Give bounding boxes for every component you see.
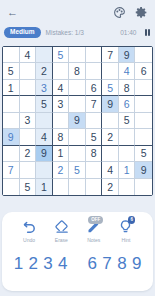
cell-r2c8[interactable]: 4: [119, 63, 136, 79]
cell-r8c1[interactable]: 7: [3, 162, 20, 178]
cell-r8c2[interactable]: [20, 162, 37, 178]
erase-label: Erase: [55, 237, 68, 243]
cell-r8c3[interactable]: [36, 162, 53, 178]
cell-r5c1[interactable]: [3, 113, 20, 129]
cell-r4c6[interactable]: 7: [86, 96, 103, 112]
numpad-2[interactable]: 2: [26, 249, 41, 279]
cell-r3c7[interactable]: 5: [102, 80, 119, 96]
notes-button[interactable]: OFFNotes: [81, 219, 107, 243]
back-arrow-icon[interactable]: ←: [7, 7, 18, 18]
numpad-1[interactable]: 1: [11, 249, 26, 279]
cell-r7c3[interactable]: 9: [36, 146, 53, 162]
cell-r3c1[interactable]: 1: [3, 80, 20, 96]
cell-r2c7[interactable]: [102, 63, 119, 79]
cell-r6c7[interactable]: 2: [102, 129, 119, 145]
cell-r2c9[interactable]: 6: [135, 63, 152, 79]
cell-r8c4[interactable]: 2: [53, 162, 70, 178]
cell-r7c9[interactable]: 5: [135, 146, 152, 162]
cell-r1c9[interactable]: [135, 47, 152, 63]
numpad: 12346789: [8, 249, 147, 279]
hint-badge: 6: [128, 216, 136, 224]
cell-r7c1[interactable]: [3, 146, 20, 162]
cell-r2c5[interactable]: 8: [69, 63, 86, 79]
cell-r1c5[interactable]: [69, 47, 86, 63]
numpad-7[interactable]: 7: [100, 249, 115, 279]
cell-r6c8[interactable]: [119, 129, 136, 145]
hint-icon: 6: [118, 219, 133, 234]
cell-r3c2[interactable]: [20, 80, 37, 96]
cell-r5c8[interactable]: 5: [119, 113, 136, 129]
cell-r9c5[interactable]: [69, 179, 86, 195]
controls-card: UndoEraseOFFNotes6Hint 12346789: [2, 212, 153, 291]
cell-r4c8[interactable]: 6: [119, 96, 136, 112]
cell-r2c1[interactable]: 5: [3, 63, 20, 79]
cell-r5c9[interactable]: [135, 113, 152, 129]
cell-r4c4[interactable]: 3: [53, 96, 70, 112]
pause-button[interactable]: [144, 28, 152, 37]
cell-r8c6[interactable]: [86, 162, 103, 178]
cell-r1c7[interactable]: 7: [102, 47, 119, 63]
cell-r9c7[interactable]: 2: [102, 179, 119, 195]
cell-r1c4[interactable]: 5: [53, 47, 70, 63]
undo-label: Undo: [23, 237, 35, 243]
erase-button[interactable]: Erase: [48, 219, 74, 243]
cell-r5c6[interactable]: [86, 113, 103, 129]
difficulty-badge[interactable]: Medium: [4, 27, 41, 38]
cell-r4c3[interactable]: 5: [36, 96, 53, 112]
hint-button[interactable]: 6Hint: [113, 219, 139, 243]
cell-r7c8[interactable]: [119, 146, 136, 162]
notes-label: Notes: [87, 237, 100, 243]
timer: 01:40: [120, 29, 136, 36]
cell-r7c4[interactable]: 1: [53, 146, 70, 162]
cell-r6c6[interactable]: 5: [86, 129, 103, 145]
cell-r4c1[interactable]: [3, 96, 20, 112]
cell-r9c2[interactable]: 5: [20, 179, 37, 195]
cell-r7c6[interactable]: 8: [86, 146, 103, 162]
cell-r4c7[interactable]: 9: [102, 96, 119, 112]
cell-r9c1[interactable]: [3, 179, 20, 195]
undo-button[interactable]: Undo: [16, 219, 42, 243]
top-bar: ←: [0, 0, 155, 20]
cell-r9c4[interactable]: [53, 179, 70, 195]
toolbar: UndoEraseOFFNotes6Hint: [8, 219, 147, 243]
theme-palette-icon[interactable]: [113, 6, 126, 19]
cell-r6c4[interactable]: 8: [53, 129, 70, 145]
cell-r3c4[interactable]: 4: [53, 80, 70, 96]
cell-r9c3[interactable]: 1: [36, 179, 53, 195]
numpad-4[interactable]: 4: [55, 249, 70, 279]
erase-icon: [54, 219, 69, 234]
cell-r5c4[interactable]: [53, 113, 70, 129]
cell-r7c7[interactable]: [102, 146, 119, 162]
cell-r8c7[interactable]: 4: [102, 162, 119, 178]
notes-badge: OFF: [88, 216, 103, 224]
cell-r4c9[interactable]: [135, 96, 152, 112]
cell-r1c1[interactable]: [3, 47, 20, 63]
settings-gear-icon[interactable]: [135, 6, 148, 19]
cell-r3c9[interactable]: [135, 80, 152, 96]
cell-r9c9[interactable]: [135, 179, 152, 195]
cell-r6c2[interactable]: [20, 129, 37, 145]
cell-r9c6[interactable]: [86, 179, 103, 195]
numpad-6[interactable]: 6: [85, 249, 100, 279]
notes-icon: OFF: [86, 219, 101, 234]
cell-r4c5[interactable]: [69, 96, 86, 112]
hint-label: Hint: [122, 237, 131, 243]
cell-r5c5[interactable]: 9: [69, 113, 86, 129]
cell-r8c8[interactable]: 1: [119, 162, 136, 178]
cell-r3c3[interactable]: 3: [36, 80, 53, 96]
cell-r4c2[interactable]: [20, 96, 37, 112]
cell-r2c6[interactable]: [86, 63, 103, 79]
cell-r3c6[interactable]: 6: [86, 80, 103, 96]
undo-icon: [22, 219, 37, 234]
sudoku-board: 4579528461346585379639594852291857254195…: [2, 46, 153, 196]
cell-r1c8[interactable]: 9: [119, 47, 136, 63]
cell-r2c3[interactable]: 2: [36, 63, 53, 79]
cell-r6c1[interactable]: 9: [3, 129, 20, 145]
mistakes-counter: Mistakes: 1/3: [46, 29, 84, 36]
numpad-8[interactable]: 8: [114, 249, 129, 279]
cell-r8c5[interactable]: 5: [69, 162, 86, 178]
cell-r1c2[interactable]: 4: [20, 47, 37, 63]
cell-r8c9[interactable]: 9: [135, 162, 152, 178]
numpad-3[interactable]: 3: [41, 249, 56, 279]
cell-r5c3[interactable]: [36, 113, 53, 129]
cell-r1c6[interactable]: [86, 47, 103, 63]
status-bar: Medium Mistakes: 1/3 01:40: [4, 25, 151, 40]
cell-r7c2[interactable]: 2: [20, 146, 37, 162]
cell-r2c2[interactable]: [20, 63, 37, 79]
cell-r7c5[interactable]: [69, 146, 86, 162]
cell-r3c8[interactable]: 8: [119, 80, 136, 96]
cell-r9c8[interactable]: [119, 179, 136, 195]
cell-r3c5[interactable]: [69, 80, 86, 96]
cell-r5c7[interactable]: [102, 113, 119, 129]
cell-r5c2[interactable]: 3: [20, 113, 37, 129]
cell-r6c9[interactable]: [135, 129, 152, 145]
cell-r6c3[interactable]: 4: [36, 129, 53, 145]
cell-r1c3[interactable]: [36, 47, 53, 63]
numpad-9[interactable]: 9: [129, 249, 144, 279]
cell-r2c4[interactable]: [53, 63, 70, 79]
cell-r6c5[interactable]: [69, 129, 86, 145]
